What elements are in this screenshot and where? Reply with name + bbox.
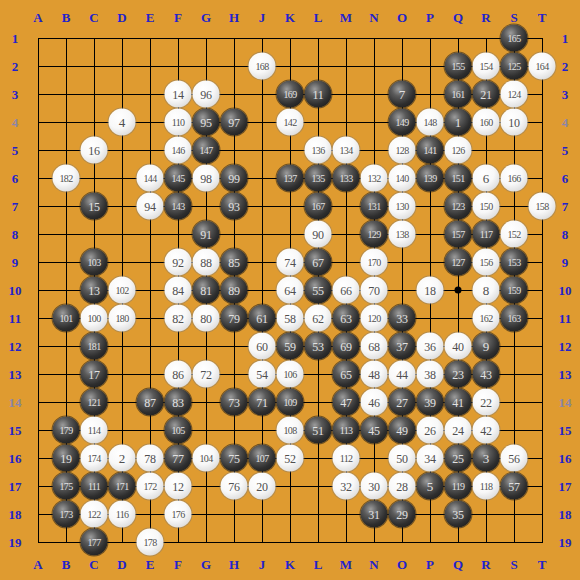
stone-C13-black[interactable]: 17 (81, 361, 108, 388)
stone-R16-black[interactable]: 3 (473, 445, 500, 472)
col-label-top-Q: Q (453, 11, 463, 24)
stone-C16-white[interactable]: 174 (81, 445, 108, 472)
col-label-bottom-J: J (259, 558, 266, 571)
row-label-left-19: 19 (9, 536, 22, 549)
row-label-right-16: 16 (559, 452, 572, 465)
stone-move-number: 114 (88, 425, 101, 435)
stone-move-number: 109 (284, 397, 297, 407)
stone-C10-black[interactable]: 13 (81, 277, 108, 304)
stone-Q2-black[interactable]: 155 (445, 53, 472, 80)
stone-R3-black[interactable]: 21 (473, 81, 500, 108)
stone-F18-white[interactable]: 176 (165, 501, 192, 528)
stone-C7-black[interactable]: 15 (81, 193, 108, 220)
row-label-right-18: 18 (559, 508, 572, 521)
stone-move-number: 59 (284, 340, 295, 352)
stone-S1-black[interactable]: 165 (501, 25, 528, 52)
stone-move-number: 60 (256, 340, 267, 352)
stone-D10-white[interactable]: 102 (109, 277, 136, 304)
stone-move-number: 82 (172, 312, 183, 324)
stone-G11-white[interactable]: 80 (193, 305, 220, 332)
stone-move-number: 105 (172, 425, 185, 435)
stone-R2-white[interactable]: 154 (473, 53, 500, 80)
stone-N11-white[interactable]: 120 (361, 305, 388, 332)
stone-F9-white[interactable]: 92 (165, 249, 192, 276)
stone-E16-white[interactable]: 78 (137, 445, 164, 472)
stone-J17-white[interactable]: 20 (249, 473, 276, 500)
stone-O5-white[interactable]: 128 (389, 137, 416, 164)
stone-Q15-white[interactable]: 24 (445, 417, 472, 444)
stone-move-number: 20 (256, 480, 267, 492)
stone-move-number: 158 (536, 201, 549, 211)
stone-L8-white[interactable]: 90 (305, 221, 332, 248)
stone-move-number: 139 (424, 173, 437, 183)
stone-H10-black[interactable]: 89 (221, 277, 248, 304)
stone-M12-black[interactable]: 69 (333, 333, 360, 360)
stone-move-number: 135 (312, 173, 325, 183)
stone-G16-white[interactable]: 104 (193, 445, 220, 472)
stone-move-number: 129 (368, 229, 381, 239)
stone-move-number: 73 (228, 396, 239, 408)
stone-Q14-black[interactable]: 41 (445, 389, 472, 416)
stone-K11-white[interactable]: 58 (277, 305, 304, 332)
stone-move-number: 22 (480, 396, 491, 408)
stone-F5-white[interactable]: 146 (165, 137, 192, 164)
stone-L5-white[interactable]: 136 (305, 137, 332, 164)
stone-move-number: 32 (340, 480, 351, 492)
stone-K10-white[interactable]: 64 (277, 277, 304, 304)
stone-M16-white[interactable]: 112 (333, 445, 360, 472)
stone-move-number: 125 (508, 61, 521, 71)
stone-D4-white[interactable]: 4 (109, 109, 136, 136)
col-label-bottom-F: F (174, 558, 182, 571)
stone-F14-black[interactable]: 83 (165, 389, 192, 416)
stone-J14-black[interactable]: 71 (249, 389, 276, 416)
stone-move-number: 19 (60, 452, 71, 464)
stone-R10-white[interactable]: 8 (473, 277, 500, 304)
stone-N14-white[interactable]: 46 (361, 389, 388, 416)
stone-F6-black[interactable]: 145 (165, 165, 192, 192)
stone-Q9-black[interactable]: 127 (445, 249, 472, 276)
stone-Q12-white[interactable]: 40 (445, 333, 472, 360)
stone-C15-white[interactable]: 114 (81, 417, 108, 444)
stone-move-number: 54 (256, 368, 267, 380)
grid-line-horizontal (38, 542, 543, 543)
stone-M14-black[interactable]: 47 (333, 389, 360, 416)
stone-M17-white[interactable]: 32 (333, 473, 360, 500)
stone-F16-black[interactable]: 77 (165, 445, 192, 472)
stone-Q3-black[interactable]: 161 (445, 81, 472, 108)
stone-F4-white[interactable]: 110 (165, 109, 192, 136)
stone-S11-black[interactable]: 163 (501, 305, 528, 332)
stone-H9-black[interactable]: 85 (221, 249, 248, 276)
stone-move-number: 175 (60, 481, 73, 491)
stone-R9-white[interactable]: 156 (473, 249, 500, 276)
stone-move-number: 150 (480, 201, 493, 211)
col-label-top-O: O (397, 11, 407, 24)
stone-move-number: 155 (452, 61, 465, 71)
stone-move-number: 98 (200, 172, 211, 184)
stone-F15-black[interactable]: 105 (165, 417, 192, 444)
stone-move-number: 2 (119, 452, 126, 465)
stone-R15-white[interactable]: 42 (473, 417, 500, 444)
stone-L7-black[interactable]: 167 (305, 193, 332, 220)
stone-C11-white[interactable]: 100 (81, 305, 108, 332)
stone-move-number: 67 (312, 256, 323, 268)
col-label-bottom-N: N (369, 558, 378, 571)
stone-move-number: 145 (172, 173, 185, 183)
stone-move-number: 40 (452, 340, 463, 352)
stone-C12-black[interactable]: 181 (81, 333, 108, 360)
row-label-right-8: 8 (562, 228, 569, 241)
stone-move-number: 164 (536, 61, 549, 71)
stone-P10-white[interactable]: 18 (417, 277, 444, 304)
stone-E19-white[interactable]: 178 (137, 529, 164, 556)
stone-move-number: 142 (284, 117, 297, 127)
stone-move-number: 34 (424, 452, 435, 464)
stone-N8-black[interactable]: 129 (361, 221, 388, 248)
stone-move-number: 178 (144, 537, 157, 547)
stone-N6-white[interactable]: 132 (361, 165, 388, 192)
stone-K4-white[interactable]: 142 (277, 109, 304, 136)
stone-move-number: 144 (144, 173, 157, 183)
stone-N12-white[interactable]: 68 (361, 333, 388, 360)
stone-O8-white[interactable]: 138 (389, 221, 416, 248)
stone-F17-white[interactable]: 12 (165, 473, 192, 500)
stone-D16-white[interactable]: 2 (109, 445, 136, 472)
stone-J12-white[interactable]: 60 (249, 333, 276, 360)
stone-S16-white[interactable]: 56 (501, 445, 528, 472)
stone-Q16-black[interactable]: 25 (445, 445, 472, 472)
stone-R13-black[interactable]: 43 (473, 361, 500, 388)
stone-move-number: 156 (480, 257, 493, 267)
stone-J11-black[interactable]: 61 (249, 305, 276, 332)
stone-L9-black[interactable]: 67 (305, 249, 332, 276)
stone-S6-white[interactable]: 166 (501, 165, 528, 192)
stone-move-number: 113 (340, 425, 353, 435)
stone-H11-black[interactable]: 79 (221, 305, 248, 332)
stone-F10-white[interactable]: 84 (165, 277, 192, 304)
stone-S10-black[interactable]: 159 (501, 277, 528, 304)
stone-move-number: 99 (228, 172, 239, 184)
stone-G3-white[interactable]: 96 (193, 81, 220, 108)
stone-S2-black[interactable]: 125 (501, 53, 528, 80)
stone-move-number: 39 (424, 396, 435, 408)
stone-G8-black[interactable]: 91 (193, 221, 220, 248)
stone-C18-white[interactable]: 122 (81, 501, 108, 528)
stone-move-number: 57 (508, 480, 519, 492)
stone-M5-white[interactable]: 134 (333, 137, 360, 164)
col-label-bottom-Q: Q (453, 558, 463, 571)
stone-move-number: 16 (88, 144, 99, 156)
stone-O18-black[interactable]: 29 (389, 501, 416, 528)
stone-move-number: 174 (88, 453, 101, 463)
stone-move-number: 132 (368, 173, 381, 183)
stone-H6-black[interactable]: 99 (221, 165, 248, 192)
stone-H7-black[interactable]: 93 (221, 193, 248, 220)
stone-P14-black[interactable]: 39 (417, 389, 444, 416)
stone-F3-white[interactable]: 14 (165, 81, 192, 108)
stone-E17-white[interactable]: 172 (137, 473, 164, 500)
stone-move-number: 118 (480, 481, 493, 491)
stone-E7-white[interactable]: 94 (137, 193, 164, 220)
stone-move-number: 108 (284, 425, 297, 435)
stone-R17-white[interactable]: 118 (473, 473, 500, 500)
stone-C19-black[interactable]: 177 (81, 529, 108, 556)
stone-F7-black[interactable]: 143 (165, 193, 192, 220)
stone-N18-black[interactable]: 31 (361, 501, 388, 528)
stone-move-number: 181 (88, 341, 101, 351)
stone-move-number: 91 (200, 228, 211, 240)
stone-move-number: 165 (508, 33, 521, 43)
stone-O4-black[interactable]: 149 (389, 109, 416, 136)
stone-J16-black[interactable]: 107 (249, 445, 276, 472)
stone-move-number: 6 (483, 172, 490, 185)
stone-H4-black[interactable]: 97 (221, 109, 248, 136)
stone-N17-white[interactable]: 30 (361, 473, 388, 500)
stone-G13-white[interactable]: 72 (193, 361, 220, 388)
stone-T2-white[interactable]: 164 (529, 53, 556, 80)
stone-P15-white[interactable]: 26 (417, 417, 444, 444)
stone-S9-black[interactable]: 153 (501, 249, 528, 276)
stone-L6-black[interactable]: 135 (305, 165, 332, 192)
stone-move-number: 17 (88, 368, 99, 380)
stone-move-number: 43 (480, 368, 491, 380)
stone-M13-black[interactable]: 65 (333, 361, 360, 388)
stone-O15-black[interactable]: 49 (389, 417, 416, 444)
stone-move-number: 7 (399, 88, 406, 101)
stone-move-number: 10 (508, 116, 519, 128)
stone-move-number: 149 (396, 117, 409, 127)
stone-P17-black[interactable]: 5 (417, 473, 444, 500)
stone-L10-black[interactable]: 55 (305, 277, 332, 304)
stone-P5-black[interactable]: 141 (417, 137, 444, 164)
stone-move-number: 51 (312, 424, 323, 436)
stone-move-number: 42 (480, 424, 491, 436)
col-label-top-K: K (285, 11, 295, 24)
stone-H14-black[interactable]: 73 (221, 389, 248, 416)
stone-H17-white[interactable]: 76 (221, 473, 248, 500)
stone-R14-white[interactable]: 22 (473, 389, 500, 416)
stone-O3-black[interactable]: 7 (389, 81, 416, 108)
stone-L12-black[interactable]: 53 (305, 333, 332, 360)
stone-move-number: 88 (200, 256, 211, 268)
stone-N10-white[interactable]: 70 (361, 277, 388, 304)
stone-move-number: 90 (312, 228, 323, 240)
col-label-top-E: E (146, 11, 155, 24)
stone-move-number: 131 (368, 201, 381, 211)
stone-O13-white[interactable]: 44 (389, 361, 416, 388)
stone-move-number: 86 (172, 368, 183, 380)
stone-move-number: 4 (119, 116, 126, 129)
col-label-bottom-E: E (146, 558, 155, 571)
stone-Q18-black[interactable]: 35 (445, 501, 472, 528)
stone-B18-black[interactable]: 173 (53, 501, 80, 528)
stone-J13-white[interactable]: 54 (249, 361, 276, 388)
stone-N13-white[interactable]: 48 (361, 361, 388, 388)
stone-P13-white[interactable]: 38 (417, 361, 444, 388)
stone-E14-black[interactable]: 87 (137, 389, 164, 416)
stone-R12-black[interactable]: 9 (473, 333, 500, 360)
stone-P12-white[interactable]: 36 (417, 333, 444, 360)
stone-S3-white[interactable]: 124 (501, 81, 528, 108)
stone-K3-black[interactable]: 169 (277, 81, 304, 108)
stone-S8-white[interactable]: 152 (501, 221, 528, 248)
row-label-left-3: 3 (12, 88, 19, 101)
stone-O14-black[interactable]: 27 (389, 389, 416, 416)
stone-move-number: 76 (228, 480, 239, 492)
stone-B11-black[interactable]: 101 (53, 305, 80, 332)
stone-move-number: 157 (452, 229, 465, 239)
stone-move-number: 182 (60, 173, 73, 183)
stone-J2-white[interactable]: 168 (249, 53, 276, 80)
stone-F13-white[interactable]: 86 (165, 361, 192, 388)
stone-G4-black[interactable]: 95 (193, 109, 220, 136)
stone-move-number: 120 (368, 313, 381, 323)
stone-K12-black[interactable]: 59 (277, 333, 304, 360)
stone-move-number: 33 (396, 312, 407, 324)
stone-Q6-black[interactable]: 151 (445, 165, 472, 192)
stone-P4-white[interactable]: 148 (417, 109, 444, 136)
stone-move-number: 169 (284, 89, 297, 99)
stone-M10-white[interactable]: 66 (333, 277, 360, 304)
stone-P6-black[interactable]: 139 (417, 165, 444, 192)
stone-K13-white[interactable]: 106 (277, 361, 304, 388)
stone-R11-white[interactable]: 162 (473, 305, 500, 332)
stone-C5-white[interactable]: 16 (81, 137, 108, 164)
stone-O16-white[interactable]: 50 (389, 445, 416, 472)
stone-M15-black[interactable]: 113 (333, 417, 360, 444)
stone-R8-black[interactable]: 117 (473, 221, 500, 248)
row-label-left-6: 6 (12, 172, 19, 185)
stone-R7-white[interactable]: 150 (473, 193, 500, 220)
stone-move-number: 58 (284, 312, 295, 324)
stone-T7-white[interactable]: 158 (529, 193, 556, 220)
stone-F11-white[interactable]: 82 (165, 305, 192, 332)
row-label-right-15: 15 (559, 424, 572, 437)
row-label-right-2: 2 (562, 60, 569, 73)
stone-move-number: 95 (200, 116, 211, 128)
stone-Q8-black[interactable]: 157 (445, 221, 472, 248)
stone-B6-white[interactable]: 182 (53, 165, 80, 192)
row-label-right-13: 13 (559, 368, 572, 381)
stone-move-number: 119 (452, 481, 465, 491)
stone-move-number: 141 (424, 145, 437, 155)
stone-S17-black[interactable]: 57 (501, 473, 528, 500)
stone-S4-white[interactable]: 10 (501, 109, 528, 136)
stone-C9-black[interactable]: 103 (81, 249, 108, 276)
stone-L15-black[interactable]: 51 (305, 417, 332, 444)
stone-B16-black[interactable]: 19 (53, 445, 80, 472)
stone-Q17-black[interactable]: 119 (445, 473, 472, 500)
stone-move-number: 103 (88, 257, 101, 267)
stone-O7-white[interactable]: 130 (389, 193, 416, 220)
stone-K9-white[interactable]: 74 (277, 249, 304, 276)
stone-B17-black[interactable]: 175 (53, 473, 80, 500)
stone-move-number: 140 (396, 173, 409, 183)
col-label-bottom-O: O (397, 558, 407, 571)
col-label-top-A: A (33, 11, 42, 24)
stone-L11-white[interactable]: 62 (305, 305, 332, 332)
row-label-right-14: 14 (559, 396, 572, 409)
col-label-top-H: H (229, 11, 239, 24)
stone-Q5-white[interactable]: 126 (445, 137, 472, 164)
row-label-right-11: 11 (559, 312, 571, 325)
stone-move-number: 81 (200, 284, 211, 296)
stone-D17-black[interactable]: 171 (109, 473, 136, 500)
stone-move-number: 85 (228, 256, 239, 268)
stone-Q4-black[interactable]: 1 (445, 109, 472, 136)
stone-P16-white[interactable]: 34 (417, 445, 444, 472)
stone-move-number: 124 (508, 89, 521, 99)
stone-move-number: 96 (200, 88, 211, 100)
stone-move-number: 9 (483, 340, 490, 353)
stone-M11-black[interactable]: 63 (333, 305, 360, 332)
col-label-top-P: P (426, 11, 434, 24)
stone-move-number: 1 (455, 116, 462, 129)
row-label-right-5: 5 (562, 144, 569, 157)
col-label-bottom-K: K (285, 558, 295, 571)
stone-move-number: 68 (368, 340, 379, 352)
row-label-right-9: 9 (562, 256, 569, 269)
stone-K6-black[interactable]: 137 (277, 165, 304, 192)
stone-E6-white[interactable]: 144 (137, 165, 164, 192)
stone-R6-white[interactable]: 6 (473, 165, 500, 192)
stone-N15-black[interactable]: 45 (361, 417, 388, 444)
stone-Q7-black[interactable]: 123 (445, 193, 472, 220)
stone-move-number: 46 (368, 396, 379, 408)
go-kifu-diagram: AABBCCDDEEFFGGHHJJKKLLMMNNOOPPQQRRSSTT11… (0, 0, 580, 580)
stone-O6-white[interactable]: 140 (389, 165, 416, 192)
stone-K15-white[interactable]: 108 (277, 417, 304, 444)
stone-C17-black[interactable]: 111 (81, 473, 108, 500)
col-label-bottom-D: D (117, 558, 126, 571)
stone-H16-black[interactable]: 75 (221, 445, 248, 472)
stone-K14-black[interactable]: 109 (277, 389, 304, 416)
stone-move-number: 74 (284, 256, 295, 268)
col-label-top-J: J (259, 11, 266, 24)
stone-O17-white[interactable]: 28 (389, 473, 416, 500)
stone-move-number: 117 (480, 229, 493, 239)
stone-G5-black[interactable]: 147 (193, 137, 220, 164)
stone-move-number: 87 (144, 396, 155, 408)
col-label-bottom-R: R (481, 558, 490, 571)
stone-M6-black[interactable]: 133 (333, 165, 360, 192)
stone-move-number: 55 (312, 284, 323, 296)
stone-move-number: 11 (313, 88, 324, 100)
stone-move-number: 75 (228, 452, 239, 464)
stone-move-number: 127 (452, 257, 465, 267)
stone-N7-black[interactable]: 131 (361, 193, 388, 220)
stone-N9-white[interactable]: 170 (361, 249, 388, 276)
stone-G9-white[interactable]: 88 (193, 249, 220, 276)
stone-D18-white[interactable]: 116 (109, 501, 136, 528)
col-label-top-T: T (538, 11, 547, 24)
stone-D11-white[interactable]: 180 (109, 305, 136, 332)
stone-move-number: 126 (452, 145, 465, 155)
stone-move-number: 143 (172, 201, 185, 211)
row-label-right-3: 3 (562, 88, 569, 101)
stone-O11-black[interactable]: 33 (389, 305, 416, 332)
stone-Q13-black[interactable]: 23 (445, 361, 472, 388)
stone-L3-black[interactable]: 11 (305, 81, 332, 108)
stone-G10-black[interactable]: 81 (193, 277, 220, 304)
stone-C14-black[interactable]: 121 (81, 389, 108, 416)
stone-R4-white[interactable]: 160 (473, 109, 500, 136)
stone-B15-black[interactable]: 179 (53, 417, 80, 444)
stone-K16-white[interactable]: 52 (277, 445, 304, 472)
stone-G6-white[interactable]: 98 (193, 165, 220, 192)
stone-O12-black[interactable]: 37 (389, 333, 416, 360)
